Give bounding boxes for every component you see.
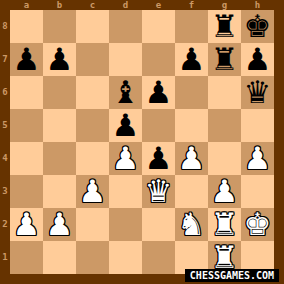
square-b5[interactable] <box>43 109 76 142</box>
square-g3[interactable]: ♟ <box>208 175 241 208</box>
rank-label-2: 2 <box>0 208 10 241</box>
black-king: ♚ <box>244 10 272 43</box>
square-h5[interactable] <box>241 109 274 142</box>
black-pawn: ♟ <box>112 109 140 142</box>
square-h4[interactable]: ♟ <box>241 142 274 175</box>
white-pawn: ♟ <box>211 175 239 208</box>
square-h8[interactable]: ♚ <box>241 10 274 43</box>
square-e6[interactable]: ♟ <box>142 76 175 109</box>
black-pawn: ♟ <box>145 76 173 109</box>
black-pawn: ♟ <box>46 43 74 76</box>
chess-board-frame: abcdefgh 87654321 ♜♚♟♟♟♜♟♝♟♛♟♟♟♟♟♟♛♟♟♟♞♜… <box>0 0 284 284</box>
square-e5[interactable] <box>142 109 175 142</box>
white-pawn: ♟ <box>46 208 74 241</box>
square-h3[interactable] <box>241 175 274 208</box>
square-h2[interactable]: ♚ <box>241 208 274 241</box>
square-c3[interactable]: ♟ <box>76 175 109 208</box>
black-rook: ♜ <box>211 10 239 43</box>
square-f8[interactable] <box>175 10 208 43</box>
rank-labels: 87654321 <box>0 10 10 274</box>
square-e4[interactable]: ♟ <box>142 142 175 175</box>
square-g8[interactable]: ♜ <box>208 10 241 43</box>
white-knight: ♞ <box>178 208 206 241</box>
square-g6[interactable] <box>208 76 241 109</box>
black-pawn: ♟ <box>244 43 272 76</box>
square-e7[interactable] <box>142 43 175 76</box>
square-f6[interactable] <box>175 76 208 109</box>
rank-label-8: 8 <box>0 10 10 43</box>
square-c6[interactable] <box>76 76 109 109</box>
square-b7[interactable]: ♟ <box>43 43 76 76</box>
black-queen: ♛ <box>244 76 272 109</box>
square-a3[interactable] <box>10 175 43 208</box>
square-f3[interactable] <box>175 175 208 208</box>
chess-board: ♜♚♟♟♟♜♟♝♟♛♟♟♟♟♟♟♛♟♟♟♞♜♚♜ <box>10 10 274 274</box>
black-bishop: ♝ <box>112 76 140 109</box>
rank-label-7: 7 <box>0 43 10 76</box>
square-a2[interactable]: ♟ <box>10 208 43 241</box>
square-c2[interactable] <box>76 208 109 241</box>
square-d8[interactable] <box>109 10 142 43</box>
square-c8[interactable] <box>76 10 109 43</box>
black-pawn: ♟ <box>145 142 173 175</box>
square-a8[interactable] <box>10 10 43 43</box>
square-c7[interactable] <box>76 43 109 76</box>
white-pawn: ♟ <box>13 208 41 241</box>
square-c1[interactable] <box>76 241 109 274</box>
white-queen: ♛ <box>145 175 173 208</box>
square-a4[interactable] <box>10 142 43 175</box>
rank-label-5: 5 <box>0 109 10 142</box>
black-pawn: ♟ <box>13 43 41 76</box>
square-f2[interactable]: ♞ <box>175 208 208 241</box>
white-pawn: ♟ <box>178 142 206 175</box>
white-rook: ♜ <box>211 208 239 241</box>
rank-label-3: 3 <box>0 175 10 208</box>
black-rook: ♜ <box>211 43 239 76</box>
square-d2[interactable] <box>109 208 142 241</box>
chessgames-watermark[interactable]: CHESSGAMES.COM <box>185 269 279 282</box>
rank-label-6: 6 <box>0 76 10 109</box>
square-f5[interactable] <box>175 109 208 142</box>
white-king: ♚ <box>244 208 272 241</box>
square-a5[interactable] <box>10 109 43 142</box>
square-d7[interactable] <box>109 43 142 76</box>
square-a7[interactable]: ♟ <box>10 43 43 76</box>
square-e8[interactable] <box>142 10 175 43</box>
square-a1[interactable] <box>10 241 43 274</box>
square-f4[interactable]: ♟ <box>175 142 208 175</box>
square-d6[interactable]: ♝ <box>109 76 142 109</box>
square-b3[interactable] <box>43 175 76 208</box>
square-g4[interactable] <box>208 142 241 175</box>
square-c5[interactable] <box>76 109 109 142</box>
white-pawn: ♟ <box>112 142 140 175</box>
black-pawn: ♟ <box>178 43 206 76</box>
square-g5[interactable] <box>208 109 241 142</box>
square-g7[interactable]: ♜ <box>208 43 241 76</box>
square-b4[interactable] <box>43 142 76 175</box>
rank-label-4: 4 <box>0 142 10 175</box>
square-f7[interactable]: ♟ <box>175 43 208 76</box>
square-e1[interactable] <box>142 241 175 274</box>
square-b1[interactable] <box>43 241 76 274</box>
square-g2[interactable]: ♜ <box>208 208 241 241</box>
square-b6[interactable] <box>43 76 76 109</box>
square-e3[interactable]: ♛ <box>142 175 175 208</box>
square-a6[interactable] <box>10 76 43 109</box>
white-pawn: ♟ <box>79 175 107 208</box>
square-d1[interactable] <box>109 241 142 274</box>
square-c4[interactable] <box>76 142 109 175</box>
square-d5[interactable]: ♟ <box>109 109 142 142</box>
square-b8[interactable] <box>43 10 76 43</box>
white-pawn: ♟ <box>244 142 272 175</box>
square-d3[interactable] <box>109 175 142 208</box>
square-h7[interactable]: ♟ <box>241 43 274 76</box>
rank-label-1: 1 <box>0 241 10 274</box>
square-e2[interactable] <box>142 208 175 241</box>
square-h6[interactable]: ♛ <box>241 76 274 109</box>
square-b2[interactable]: ♟ <box>43 208 76 241</box>
square-d4[interactable]: ♟ <box>109 142 142 175</box>
